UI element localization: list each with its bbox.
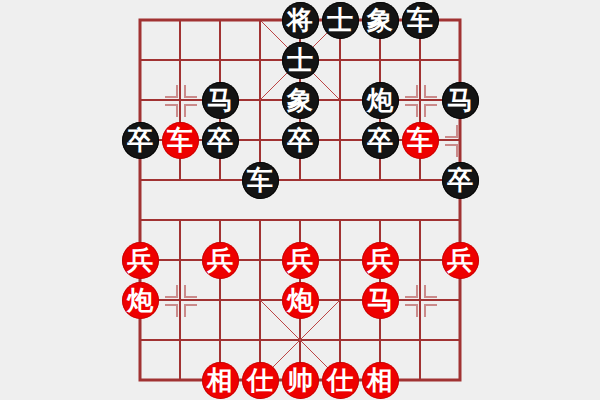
piece-black-general[interactable]: 将 [282, 2, 319, 39]
piece-black-soldier[interactable]: 卒 [122, 122, 159, 159]
piece-black-horse[interactable]: 马 [442, 82, 479, 119]
piece-red-chariot[interactable]: 车 [402, 122, 439, 159]
piece-red-soldier[interactable]: 兵 [122, 242, 159, 279]
piece-black-soldier[interactable]: 卒 [442, 162, 479, 199]
piece-red-soldier[interactable]: 兵 [362, 242, 399, 279]
piece-red-soldier[interactable]: 兵 [202, 242, 239, 279]
piece-red-cannon[interactable]: 炮 [122, 282, 159, 319]
board-grid[interactable]: 将士象车士马象炮马卒车卒卒卒车车卒兵兵兵兵兵炮炮马相仕帅仕相 [120, 0, 480, 400]
piece-red-elephant[interactable]: 相 [202, 362, 239, 399]
piece-red-advisor[interactable]: 仕 [242, 362, 279, 399]
piece-red-chariot[interactable]: 车 [162, 122, 199, 159]
piece-red-horse[interactable]: 马 [362, 282, 399, 319]
piece-black-cannon[interactable]: 炮 [362, 82, 399, 119]
piece-black-elephant[interactable]: 象 [282, 82, 319, 119]
piece-black-chariot[interactable]: 车 [402, 2, 439, 39]
point-marker [402, 282, 438, 318]
point-marker [442, 122, 478, 158]
piece-red-advisor[interactable]: 仕 [322, 362, 359, 399]
piece-black-chariot[interactable]: 车 [242, 162, 279, 199]
piece-red-cannon[interactable]: 炮 [282, 282, 319, 319]
piece-red-soldier[interactable]: 兵 [282, 242, 319, 279]
piece-red-elephant[interactable]: 相 [362, 362, 399, 399]
piece-black-elephant[interactable]: 象 [362, 2, 399, 39]
piece-black-advisor[interactable]: 士 [322, 2, 359, 39]
point-marker [402, 82, 438, 118]
point-marker [162, 282, 198, 318]
piece-black-soldier[interactable]: 卒 [362, 122, 399, 159]
piece-black-advisor[interactable]: 士 [282, 42, 319, 79]
point-marker [162, 82, 198, 118]
piece-black-soldier[interactable]: 卒 [202, 122, 239, 159]
piece-red-soldier[interactable]: 兵 [442, 242, 479, 279]
piece-black-horse[interactable]: 马 [202, 82, 239, 119]
xiangqi-board-stage: 将士象车士马象炮马卒车卒卒卒车车卒兵兵兵兵兵炮炮马相仕帅仕相 [0, 0, 600, 400]
piece-black-soldier[interactable]: 卒 [282, 122, 319, 159]
piece-red-general[interactable]: 帅 [282, 362, 319, 399]
